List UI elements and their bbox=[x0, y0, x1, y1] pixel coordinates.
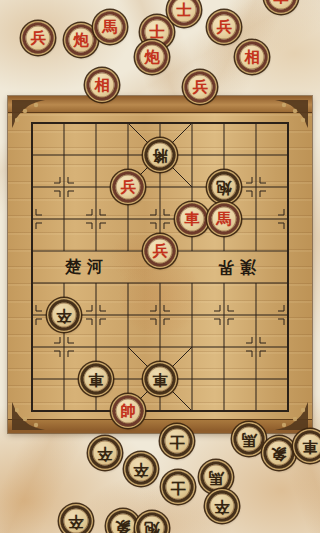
piece-red-horse[interactable]: 馬 bbox=[95, 12, 126, 43]
piece-glyph: 兵 bbox=[193, 80, 208, 95]
corner-ornament-top-right bbox=[273, 99, 309, 129]
piece-red-soldier[interactable]: 兵 bbox=[113, 172, 144, 203]
piece-glyph: 卒 bbox=[215, 499, 230, 514]
piece-glyph: 將 bbox=[153, 148, 168, 163]
piece-red-chariot[interactable]: 車 bbox=[266, 0, 297, 13]
piece-glyph: 象 bbox=[116, 519, 131, 533]
piece-glyph: 車 bbox=[153, 372, 168, 387]
piece-red-cannon[interactable]: 炮 bbox=[137, 42, 168, 73]
xiangqi-board[interactable]: 楚河 漢界 將兵炮車馬兵卒車車帥 bbox=[8, 96, 312, 433]
piece-glyph: 兵 bbox=[31, 31, 46, 46]
piece-glyph: 士 bbox=[170, 434, 185, 449]
piece-glyph: 士 bbox=[171, 480, 186, 495]
corner-ornament-bottom-left bbox=[11, 401, 47, 431]
piece-black-soldier[interactable]: 卒 bbox=[49, 300, 80, 331]
piece-black-cannon[interactable]: 炮 bbox=[209, 172, 240, 203]
piece-glyph: 馬 bbox=[209, 470, 224, 485]
piece-red-soldier[interactable]: 兵 bbox=[23, 23, 54, 54]
piece-black-soldier[interactable]: 卒 bbox=[207, 491, 238, 522]
piece-black-soldier[interactable]: 卒 bbox=[90, 438, 121, 469]
piece-glyph: 卒 bbox=[69, 514, 84, 529]
piece-black-chariot[interactable]: 車 bbox=[295, 431, 320, 462]
piece-red-chariot[interactable]: 車 bbox=[177, 204, 208, 235]
piece-red-cannon[interactable]: 炮 bbox=[66, 25, 97, 56]
piece-red-horse[interactable]: 馬 bbox=[209, 204, 240, 235]
piece-glyph: 炮 bbox=[74, 33, 89, 48]
piece-black-elephant[interactable]: 象 bbox=[108, 511, 139, 533]
piece-glyph: 帥 bbox=[121, 404, 136, 419]
piece-glyph: 炮 bbox=[145, 50, 160, 65]
piece-black-soldier[interactable]: 卒 bbox=[126, 454, 157, 485]
piece-black-chariot[interactable]: 車 bbox=[145, 364, 176, 395]
piece-black-chariot[interactable]: 車 bbox=[81, 364, 112, 395]
piece-black-soldier[interactable]: 卒 bbox=[61, 506, 92, 533]
piece-glyph: 象 bbox=[272, 446, 287, 461]
piece-glyph: 炮 bbox=[217, 180, 232, 195]
piece-black-advisor[interactable]: 士 bbox=[163, 472, 194, 503]
piece-glyph: 士 bbox=[177, 3, 192, 18]
piece-black-elephant[interactable]: 象 bbox=[264, 438, 295, 469]
xiangqi-app-screen: 楚河 漢界 將兵炮車馬兵卒車車帥 兵炮馬士士兵炮相相兵車卒卒士士馬卒馬象卒象炮車 bbox=[0, 0, 320, 533]
piece-red-soldier[interactable]: 兵 bbox=[209, 12, 240, 43]
river-label-chuhe: 楚河 bbox=[65, 258, 109, 276]
piece-black-general[interactable]: 將 bbox=[145, 140, 176, 171]
piece-glyph: 相 bbox=[95, 78, 110, 93]
piece-black-horse[interactable]: 馬 bbox=[201, 462, 232, 493]
piece-glyph: 兵 bbox=[153, 244, 168, 259]
piece-glyph: 車 bbox=[185, 212, 200, 227]
piece-glyph: 馬 bbox=[103, 20, 118, 35]
piece-red-elephant[interactable]: 相 bbox=[87, 70, 118, 101]
piece-glyph: 炮 bbox=[145, 521, 160, 533]
piece-glyph: 馬 bbox=[217, 212, 232, 227]
piece-black-cannon[interactable]: 炮 bbox=[137, 513, 168, 533]
piece-red-advisor[interactable]: 士 bbox=[169, 0, 200, 26]
piece-red-soldier[interactable]: 兵 bbox=[145, 236, 176, 267]
piece-glyph: 相 bbox=[245, 50, 260, 65]
piece-glyph: 兵 bbox=[217, 20, 232, 35]
river-label-hanjie: 漢界 bbox=[212, 258, 256, 276]
piece-red-soldier[interactable]: 兵 bbox=[185, 72, 216, 103]
corner-ornament-top-left bbox=[11, 99, 47, 129]
piece-glyph: 馬 bbox=[242, 432, 257, 447]
piece-glyph: 士 bbox=[150, 25, 165, 40]
piece-glyph: 卒 bbox=[57, 308, 72, 323]
piece-glyph: 卒 bbox=[134, 462, 149, 477]
piece-red-general[interactable]: 帥 bbox=[113, 396, 144, 427]
piece-glyph: 卒 bbox=[98, 446, 113, 461]
piece-glyph: 車 bbox=[303, 439, 318, 454]
piece-glyph: 兵 bbox=[121, 180, 136, 195]
corner-ornament-bottom-right bbox=[273, 401, 309, 431]
piece-black-advisor[interactable]: 士 bbox=[162, 426, 193, 457]
piece-red-elephant[interactable]: 相 bbox=[237, 42, 268, 73]
piece-black-horse[interactable]: 馬 bbox=[234, 424, 265, 455]
piece-glyph: 車 bbox=[274, 0, 289, 5]
piece-glyph: 車 bbox=[89, 372, 104, 387]
